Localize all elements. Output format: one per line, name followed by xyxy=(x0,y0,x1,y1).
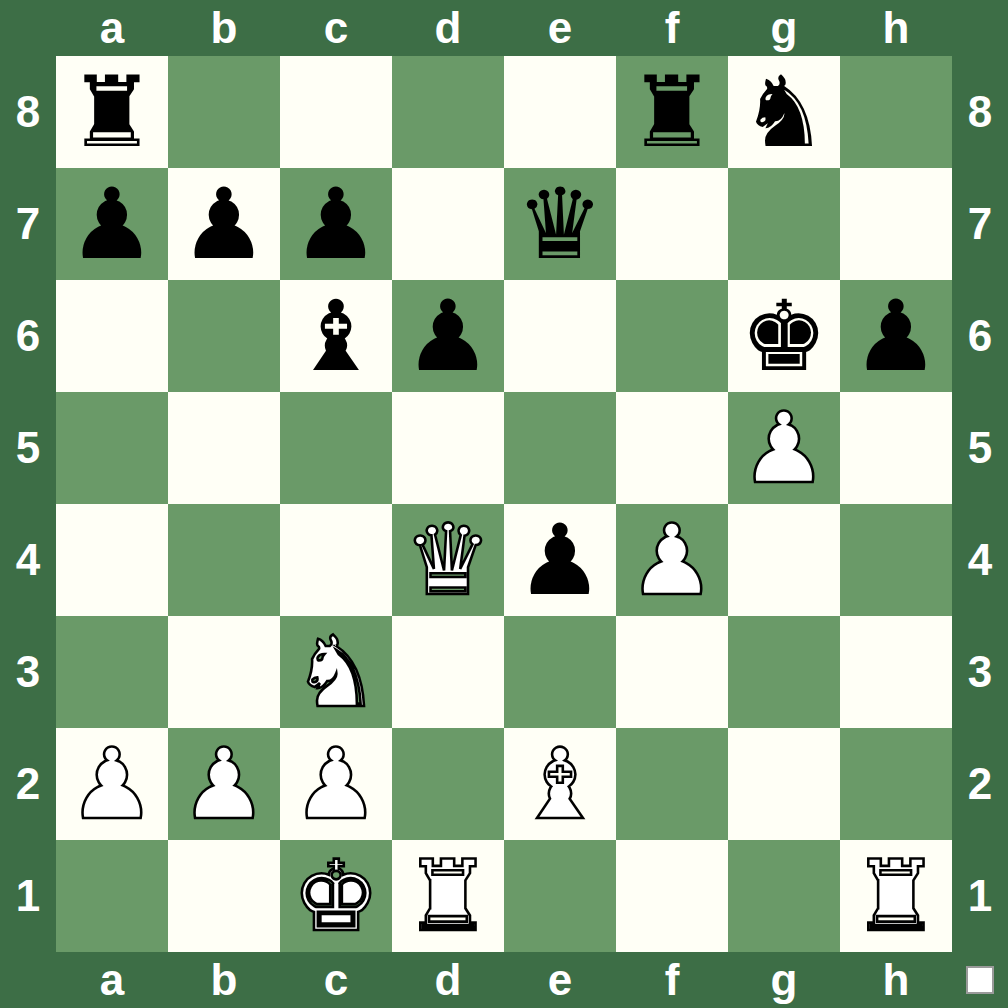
square-f7[interactable] xyxy=(616,168,728,280)
square-b4[interactable] xyxy=(168,504,280,616)
file-label-c: c xyxy=(280,0,392,56)
square-b1[interactable] xyxy=(168,840,280,952)
rank-label-6: 6 xyxy=(952,280,1008,392)
square-e4[interactable]: ♟ xyxy=(504,504,616,616)
black-pawn[interactable]: ♟ xyxy=(180,168,268,280)
white-knight[interactable]: ♞ xyxy=(292,616,380,728)
file-label-g: g xyxy=(728,0,840,56)
square-h6[interactable]: ♟ xyxy=(840,280,952,392)
square-h8[interactable] xyxy=(840,56,952,168)
white-to-move-indicator xyxy=(966,966,994,994)
square-f1[interactable] xyxy=(616,840,728,952)
square-b7[interactable]: ♟ xyxy=(168,168,280,280)
square-g7[interactable] xyxy=(728,168,840,280)
square-a5[interactable] xyxy=(56,392,168,504)
square-b2[interactable]: ♟ xyxy=(168,728,280,840)
rank-label-2: 2 xyxy=(0,728,56,840)
square-c8[interactable] xyxy=(280,56,392,168)
rank-labels-left: 87654321 xyxy=(0,56,56,952)
black-knight[interactable]: ♞ xyxy=(740,56,828,168)
square-b5[interactable] xyxy=(168,392,280,504)
square-e5[interactable] xyxy=(504,392,616,504)
file-label-a: a xyxy=(56,0,168,56)
square-b8[interactable] xyxy=(168,56,280,168)
white-rook[interactable]: ♜ xyxy=(404,840,492,952)
square-a1[interactable] xyxy=(56,840,168,952)
black-bishop[interactable]: ♝ xyxy=(292,280,380,392)
rank-label-3: 3 xyxy=(0,616,56,728)
square-g4[interactable] xyxy=(728,504,840,616)
square-a3[interactable] xyxy=(56,616,168,728)
square-a6[interactable] xyxy=(56,280,168,392)
file-label-a: a xyxy=(56,952,168,1008)
square-e8[interactable] xyxy=(504,56,616,168)
file-label-g: g xyxy=(728,952,840,1008)
file-labels-top: abcdefgh xyxy=(56,0,952,56)
square-c4[interactable] xyxy=(280,504,392,616)
square-b6[interactable] xyxy=(168,280,280,392)
file-label-f: f xyxy=(616,952,728,1008)
square-a7[interactable]: ♟ xyxy=(56,168,168,280)
file-label-b: b xyxy=(168,0,280,56)
square-g8[interactable]: ♞ xyxy=(728,56,840,168)
square-c1[interactable]: ♚ xyxy=(280,840,392,952)
black-king[interactable]: ♚ xyxy=(740,280,828,392)
rank-label-8: 8 xyxy=(0,56,56,168)
file-label-c: c xyxy=(280,952,392,1008)
black-rook[interactable]: ♜ xyxy=(628,56,716,168)
file-label-h: h xyxy=(840,952,952,1008)
file-label-b: b xyxy=(168,952,280,1008)
rank-label-1: 1 xyxy=(0,840,56,952)
square-d7[interactable] xyxy=(392,168,504,280)
white-pawn[interactable]: ♟ xyxy=(740,392,828,504)
file-label-e: e xyxy=(504,952,616,1008)
rank-label-8: 8 xyxy=(952,56,1008,168)
square-d3[interactable] xyxy=(392,616,504,728)
white-bishop[interactable]: ♝ xyxy=(516,728,604,840)
square-c2[interactable]: ♟ xyxy=(280,728,392,840)
square-f8[interactable]: ♜ xyxy=(616,56,728,168)
chess-board-frame: abcdefgh abcdefgh 87654321 87654321 ♜♜♞♟… xyxy=(0,0,1008,1008)
square-h1[interactable]: ♜ xyxy=(840,840,952,952)
rank-label-7: 7 xyxy=(952,168,1008,280)
white-pawn[interactable]: ♟ xyxy=(292,728,380,840)
square-g3[interactable] xyxy=(728,616,840,728)
rank-label-7: 7 xyxy=(0,168,56,280)
square-c7[interactable]: ♟ xyxy=(280,168,392,280)
rank-label-5: 5 xyxy=(0,392,56,504)
square-d4[interactable]: ♛ xyxy=(392,504,504,616)
square-f4[interactable]: ♟ xyxy=(616,504,728,616)
square-a2[interactable]: ♟ xyxy=(56,728,168,840)
square-e7[interactable]: ♛ xyxy=(504,168,616,280)
square-a4[interactable] xyxy=(56,504,168,616)
square-c6[interactable]: ♝ xyxy=(280,280,392,392)
square-g6[interactable]: ♚ xyxy=(728,280,840,392)
square-a8[interactable]: ♜ xyxy=(56,56,168,168)
square-h5[interactable] xyxy=(840,392,952,504)
square-c3[interactable]: ♞ xyxy=(280,616,392,728)
square-h3[interactable] xyxy=(840,616,952,728)
square-c5[interactable] xyxy=(280,392,392,504)
square-f5[interactable] xyxy=(616,392,728,504)
rank-label-4: 4 xyxy=(0,504,56,616)
black-pawn[interactable]: ♟ xyxy=(852,280,940,392)
square-d6[interactable]: ♟ xyxy=(392,280,504,392)
square-g2[interactable] xyxy=(728,728,840,840)
rank-label-2: 2 xyxy=(952,728,1008,840)
rank-labels-right: 87654321 xyxy=(952,56,1008,952)
square-d1[interactable]: ♜ xyxy=(392,840,504,952)
square-e3[interactable] xyxy=(504,616,616,728)
black-pawn[interactable]: ♟ xyxy=(68,168,156,280)
white-queen[interactable]: ♛ xyxy=(404,504,492,616)
square-d2[interactable] xyxy=(392,728,504,840)
black-rook[interactable]: ♜ xyxy=(68,56,156,168)
black-pawn[interactable]: ♟ xyxy=(404,280,492,392)
white-pawn[interactable]: ♟ xyxy=(628,504,716,616)
rank-label-5: 5 xyxy=(952,392,1008,504)
rank-label-1: 1 xyxy=(952,840,1008,952)
square-g1[interactable] xyxy=(728,840,840,952)
chess-board: ♜♜♞♟♟♟♛♝♟♚♟♟♛♟♟♞♟♟♟♝♚♜♜ xyxy=(56,56,952,952)
white-rook[interactable]: ♜ xyxy=(852,840,940,952)
black-queen[interactable]: ♛ xyxy=(516,168,604,280)
square-b3[interactable] xyxy=(168,616,280,728)
white-pawn[interactable]: ♟ xyxy=(180,728,268,840)
square-f3[interactable] xyxy=(616,616,728,728)
square-f2[interactable] xyxy=(616,728,728,840)
white-pawn[interactable]: ♟ xyxy=(68,728,156,840)
white-king[interactable]: ♚ xyxy=(292,840,380,952)
file-label-d: d xyxy=(392,952,504,1008)
square-h2[interactable] xyxy=(840,728,952,840)
square-f6[interactable] xyxy=(616,280,728,392)
square-h4[interactable] xyxy=(840,504,952,616)
rank-label-3: 3 xyxy=(952,616,1008,728)
file-label-e: e xyxy=(504,0,616,56)
square-e1[interactable] xyxy=(504,840,616,952)
black-pawn[interactable]: ♟ xyxy=(516,504,604,616)
square-e6[interactable] xyxy=(504,280,616,392)
file-label-h: h xyxy=(840,0,952,56)
square-e2[interactable]: ♝ xyxy=(504,728,616,840)
square-d5[interactable] xyxy=(392,392,504,504)
rank-label-6: 6 xyxy=(0,280,56,392)
black-pawn[interactable]: ♟ xyxy=(292,168,380,280)
rank-label-4: 4 xyxy=(952,504,1008,616)
square-g5[interactable]: ♟ xyxy=(728,392,840,504)
file-label-d: d xyxy=(392,0,504,56)
square-h7[interactable] xyxy=(840,168,952,280)
file-labels-bottom: abcdefgh xyxy=(56,952,952,1008)
file-label-f: f xyxy=(616,0,728,56)
square-d8[interactable] xyxy=(392,56,504,168)
